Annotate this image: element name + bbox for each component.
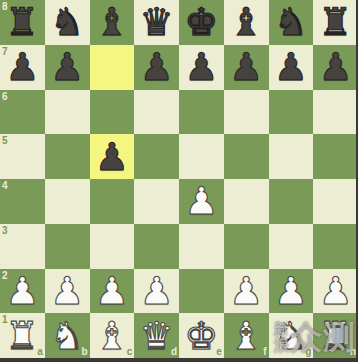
- white-knight: ♞: [274, 314, 308, 358]
- square-d7[interactable]: ♟: [134, 45, 179, 90]
- square-e6[interactable]: [179, 90, 224, 135]
- square-h8[interactable]: ♜: [313, 0, 358, 45]
- white-rook: ♜: [319, 314, 353, 358]
- file-label-c: c: [127, 346, 133, 357]
- square-a4[interactable]: 4: [0, 179, 45, 224]
- square-e3[interactable]: [179, 224, 224, 269]
- black-king: ♚: [184, 0, 218, 44]
- square-a1[interactable]: 1a♜: [0, 313, 45, 358]
- square-h6[interactable]: [313, 90, 358, 135]
- square-a7[interactable]: 7♟: [0, 45, 45, 90]
- white-knight: ♞: [50, 314, 84, 358]
- rank-label-8: 8: [2, 1, 8, 12]
- white-king: ♚: [184, 314, 218, 358]
- white-queen: ♛: [140, 314, 174, 358]
- file-label-e: e: [216, 346, 222, 357]
- square-b1[interactable]: b♞: [45, 313, 90, 358]
- white-pawn: ♟: [95, 269, 129, 313]
- rank-label-6: 6: [2, 91, 8, 102]
- square-b3[interactable]: [45, 224, 90, 269]
- file-label-g: g: [305, 346, 311, 357]
- black-bishop: ♝: [95, 0, 129, 44]
- white-pawn: ♟: [50, 269, 84, 313]
- square-e1[interactable]: e♚: [179, 313, 224, 358]
- chess-board: 8♜♞♝♛♚♝♞♜7♟♟♟♟♟♟♟65♟4♟32♟♟♟♟♟♟♟1a♜b♞c♝d♛…: [0, 0, 358, 358]
- black-knight: ♞: [50, 0, 84, 44]
- square-c3[interactable]: [90, 224, 135, 269]
- square-b2[interactable]: ♟: [45, 269, 90, 314]
- square-f6[interactable]: [224, 90, 269, 135]
- square-d5[interactable]: [134, 134, 179, 179]
- file-label-f: f: [263, 346, 266, 357]
- rank-label-3: 3: [2, 225, 8, 236]
- black-pawn: ♟: [184, 45, 218, 89]
- square-e8[interactable]: ♚: [179, 0, 224, 45]
- white-bishop: ♝: [95, 314, 129, 358]
- file-label-a: a: [37, 346, 43, 357]
- square-a5[interactable]: 5: [0, 134, 45, 179]
- square-b6[interactable]: [45, 90, 90, 135]
- black-rook: ♜: [319, 0, 353, 44]
- square-c7[interactable]: [90, 45, 135, 90]
- square-g7[interactable]: ♟: [269, 45, 314, 90]
- square-g6[interactable]: [269, 90, 314, 135]
- square-h7[interactable]: ♟: [313, 45, 358, 90]
- square-d6[interactable]: [134, 90, 179, 135]
- white-bishop: ♝: [229, 314, 263, 358]
- square-f8[interactable]: ♝: [224, 0, 269, 45]
- square-h5[interactable]: [313, 134, 358, 179]
- file-label-b: b: [81, 346, 87, 357]
- square-c6[interactable]: [90, 90, 135, 135]
- square-d1[interactable]: d♛: [134, 313, 179, 358]
- square-b8[interactable]: ♞: [45, 0, 90, 45]
- square-g8[interactable]: ♞: [269, 0, 314, 45]
- square-h3[interactable]: [313, 224, 358, 269]
- square-f7[interactable]: ♟: [224, 45, 269, 90]
- black-pawn: ♟: [319, 45, 353, 89]
- square-f1[interactable]: f♝: [224, 313, 269, 358]
- square-a8[interactable]: 8♜: [0, 0, 45, 45]
- square-f3[interactable]: [224, 224, 269, 269]
- square-g1[interactable]: g♞: [269, 313, 314, 358]
- black-rook: ♜: [5, 0, 39, 44]
- rank-label-2: 2: [2, 270, 8, 281]
- black-knight: ♞: [274, 0, 308, 44]
- white-pawn: ♟: [184, 179, 218, 223]
- square-e5[interactable]: [179, 134, 224, 179]
- square-c1[interactable]: c♝: [90, 313, 135, 358]
- square-h2[interactable]: ♟: [313, 269, 358, 314]
- square-g4[interactable]: [269, 179, 314, 224]
- square-c4[interactable]: [90, 179, 135, 224]
- black-pawn: ♟: [274, 45, 308, 89]
- black-queen: ♛: [140, 0, 174, 44]
- square-a3[interactable]: 3: [0, 224, 45, 269]
- black-pawn: ♟: [50, 45, 84, 89]
- bottom-page-edge: [0, 358, 358, 362]
- black-pawn: ♟: [95, 135, 129, 179]
- square-a2[interactable]: 2♟: [0, 269, 45, 314]
- black-pawn: ♟: [5, 45, 39, 89]
- square-f5[interactable]: [224, 134, 269, 179]
- white-pawn: ♟: [229, 269, 263, 313]
- square-g2[interactable]: ♟: [269, 269, 314, 314]
- white-pawn: ♟: [319, 269, 353, 313]
- square-e2[interactable]: [179, 269, 224, 314]
- square-c2[interactable]: ♟: [90, 269, 135, 314]
- rank-label-5: 5: [2, 135, 8, 146]
- rank-label-7: 7: [2, 46, 8, 57]
- square-h4[interactable]: [313, 179, 358, 224]
- square-f2[interactable]: ♟: [224, 269, 269, 314]
- square-g5[interactable]: [269, 134, 314, 179]
- square-b7[interactable]: ♟: [45, 45, 90, 90]
- black-bishop: ♝: [229, 0, 263, 44]
- square-e7[interactable]: ♟: [179, 45, 224, 90]
- square-d8[interactable]: ♛: [134, 0, 179, 45]
- square-d2[interactable]: ♟: [134, 269, 179, 314]
- square-d4[interactable]: [134, 179, 179, 224]
- square-f4[interactable]: [224, 179, 269, 224]
- chess-board-window: 8♜♞♝♛♚♝♞♜7♟♟♟♟♟♟♟65♟4♟32♟♟♟♟♟♟♟1a♜b♞c♝d♛…: [0, 0, 358, 362]
- file-label-d: d: [171, 346, 177, 357]
- black-pawn: ♟: [229, 45, 263, 89]
- square-b5[interactable]: [45, 134, 90, 179]
- square-g3[interactable]: [269, 224, 314, 269]
- rank-label-4: 4: [2, 180, 8, 191]
- black-pawn: ♟: [140, 45, 174, 89]
- rank-label-1: 1: [2, 314, 8, 325]
- square-d3[interactable]: [134, 224, 179, 269]
- white-pawn: ♟: [5, 269, 39, 313]
- square-h1[interactable]: h♜: [313, 313, 358, 358]
- square-e4[interactable]: ♟: [179, 179, 224, 224]
- square-a6[interactable]: 6: [0, 90, 45, 135]
- white-rook: ♜: [5, 314, 39, 358]
- white-pawn: ♟: [140, 269, 174, 313]
- square-c5[interactable]: ♟: [90, 134, 135, 179]
- square-b4[interactable]: [45, 179, 90, 224]
- square-c8[interactable]: ♝: [90, 0, 135, 45]
- white-pawn: ♟: [274, 269, 308, 313]
